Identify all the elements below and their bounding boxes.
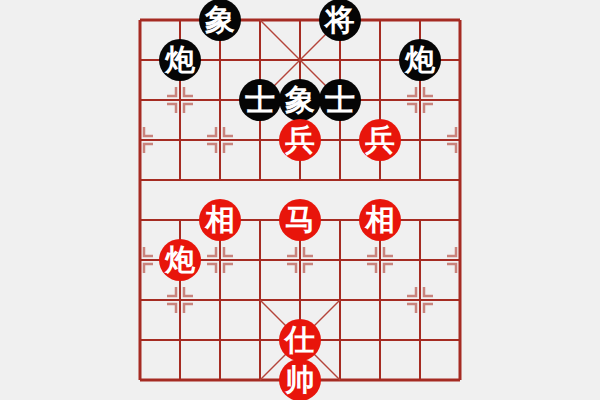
piece-red-soldier[interactable]: 兵 [279, 119, 321, 161]
piece-red-elephant[interactable]: 相 [359, 199, 401, 241]
piece-black-elephant[interactable]: 象 [279, 79, 321, 121]
piece-black-general[interactable]: 将 [319, 0, 361, 41]
piece-red-elephant[interactable]: 相 [199, 199, 241, 241]
piece-red-cannon[interactable]: 炮 [159, 239, 201, 281]
xiangqi-diagram: 象将炮炮士象士兵兵相马相炮仕帅 [0, 0, 600, 400]
piece-red-advisor[interactable]: 仕 [279, 319, 321, 361]
piece-black-advisor[interactable]: 士 [239, 79, 281, 121]
piece-black-cannon[interactable]: 炮 [159, 39, 201, 81]
piece-black-elephant[interactable]: 象 [199, 0, 241, 41]
piece-red-soldier[interactable]: 兵 [359, 119, 401, 161]
piece-red-horse[interactable]: 马 [279, 199, 321, 241]
xiangqi-board[interactable]: 象将炮炮士象士兵兵相马相炮仕帅 [120, 0, 480, 400]
piece-red-general[interactable]: 帅 [279, 359, 321, 400]
piece-black-cannon[interactable]: 炮 [399, 39, 441, 81]
piece-black-advisor[interactable]: 士 [319, 79, 361, 121]
